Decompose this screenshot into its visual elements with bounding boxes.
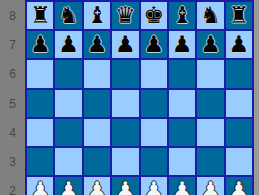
square-b2[interactable]: ♟ — [55, 177, 81, 195]
black-queen-d8[interactable]: ♛ — [115, 2, 136, 29]
square-e7[interactable]: ♟ — [141, 31, 167, 58]
square-h5[interactable] — [226, 90, 252, 117]
black-rook-h8[interactable]: ♜ — [229, 2, 250, 29]
square-h2[interactable]: ♟ — [226, 177, 252, 195]
square-c7[interactable]: ♟ — [84, 31, 110, 58]
black-pawn-c7[interactable]: ♟ — [87, 31, 108, 58]
rank-labels-column: 8765432 — [0, 0, 25, 195]
square-h3[interactable] — [226, 148, 252, 175]
square-e2[interactable]: ♟ — [141, 177, 167, 195]
square-b4[interactable] — [55, 119, 81, 146]
square-g4[interactable] — [197, 119, 223, 146]
square-a5[interactable] — [27, 90, 53, 117]
square-e5[interactable] — [141, 90, 167, 117]
square-h4[interactable] — [226, 119, 252, 146]
rank-label-4: 4 — [0, 125, 25, 141]
white-pawn-d2[interactable]: ♟ — [115, 177, 136, 195]
rank-label-3: 3 — [0, 154, 25, 170]
square-d6[interactable] — [112, 60, 138, 87]
square-f8[interactable]: ♝ — [169, 2, 195, 29]
square-d3[interactable] — [112, 148, 138, 175]
square-e3[interactable] — [141, 148, 167, 175]
black-knight-g8[interactable]: ♞ — [200, 2, 221, 29]
square-h7[interactable]: ♟ — [226, 31, 252, 58]
square-a3[interactable] — [27, 148, 53, 175]
rank-label-7: 7 — [0, 37, 25, 53]
square-a2[interactable]: ♟ — [27, 177, 53, 195]
square-f4[interactable] — [169, 119, 195, 146]
square-g3[interactable] — [197, 148, 223, 175]
square-g2[interactable]: ♟ — [197, 177, 223, 195]
rank-label-2: 2 — [0, 183, 25, 195]
square-c2[interactable]: ♟ — [84, 177, 110, 195]
black-pawn-a7[interactable]: ♟ — [30, 31, 51, 58]
square-a4[interactable] — [27, 119, 53, 146]
square-f7[interactable]: ♟ — [169, 31, 195, 58]
black-pawn-g7[interactable]: ♟ — [200, 31, 221, 58]
black-knight-b8[interactable]: ♞ — [58, 2, 79, 29]
white-pawn-f2[interactable]: ♟ — [172, 177, 193, 195]
square-d2[interactable]: ♟ — [112, 177, 138, 195]
square-h6[interactable] — [226, 60, 252, 87]
square-a7[interactable]: ♟ — [27, 31, 53, 58]
square-b7[interactable]: ♟ — [55, 31, 81, 58]
square-a6[interactable] — [27, 60, 53, 87]
square-d5[interactable] — [112, 90, 138, 117]
black-pawn-e7[interactable]: ♟ — [143, 31, 164, 58]
square-d4[interactable] — [112, 119, 138, 146]
square-b8[interactable]: ♞ — [55, 2, 81, 29]
square-g6[interactable] — [197, 60, 223, 87]
square-a8[interactable]: ♜ — [27, 2, 53, 29]
chess-board: ♜♞♝♛♚♝♞♜♟♟♟♟♟♟♟♟♟♟♟♟♟♟♟♟ — [25, 0, 254, 195]
square-e8[interactable]: ♚ — [141, 2, 167, 29]
square-e6[interactable] — [141, 60, 167, 87]
square-g8[interactable]: ♞ — [197, 2, 223, 29]
square-b6[interactable] — [55, 60, 81, 87]
white-pawn-h2[interactable]: ♟ — [229, 177, 250, 195]
square-c8[interactable]: ♝ — [84, 2, 110, 29]
square-c3[interactable] — [84, 148, 110, 175]
white-pawn-a2[interactable]: ♟ — [30, 177, 51, 195]
square-h8[interactable]: ♜ — [226, 2, 252, 29]
white-pawn-e2[interactable]: ♟ — [143, 177, 164, 195]
right-margin — [254, 0, 259, 195]
square-b3[interactable] — [55, 148, 81, 175]
rank-label-8: 8 — [0, 8, 25, 24]
square-c6[interactable] — [84, 60, 110, 87]
rank-label-6: 6 — [0, 66, 25, 82]
chess-app-window: 8765432 ♜♞♝♛♚♝♞♜♟♟♟♟♟♟♟♟♟♟♟♟♟♟♟♟ — [0, 0, 259, 195]
black-rook-a8[interactable]: ♜ — [30, 2, 51, 29]
square-f6[interactable] — [169, 60, 195, 87]
black-pawn-f7[interactable]: ♟ — [172, 31, 193, 58]
white-pawn-c2[interactable]: ♟ — [87, 177, 108, 195]
square-g7[interactable]: ♟ — [197, 31, 223, 58]
square-c5[interactable] — [84, 90, 110, 117]
black-bishop-f8[interactable]: ♝ — [172, 2, 193, 29]
white-pawn-b2[interactable]: ♟ — [58, 177, 79, 195]
square-e4[interactable] — [141, 119, 167, 146]
black-pawn-d7[interactable]: ♟ — [115, 31, 136, 58]
square-d8[interactable]: ♛ — [112, 2, 138, 29]
square-d7[interactable]: ♟ — [112, 31, 138, 58]
white-pawn-g2[interactable]: ♟ — [200, 177, 221, 195]
square-b5[interactable] — [55, 90, 81, 117]
square-g5[interactable] — [197, 90, 223, 117]
square-c4[interactable] — [84, 119, 110, 146]
black-pawn-b7[interactable]: ♟ — [58, 31, 79, 58]
black-king-e8[interactable]: ♚ — [143, 2, 164, 29]
square-f5[interactable] — [169, 90, 195, 117]
rank-label-5: 5 — [0, 96, 25, 112]
black-bishop-c8[interactable]: ♝ — [87, 2, 108, 29]
black-pawn-h7[interactable]: ♟ — [229, 31, 250, 58]
square-f3[interactable] — [169, 148, 195, 175]
square-f2[interactable]: ♟ — [169, 177, 195, 195]
